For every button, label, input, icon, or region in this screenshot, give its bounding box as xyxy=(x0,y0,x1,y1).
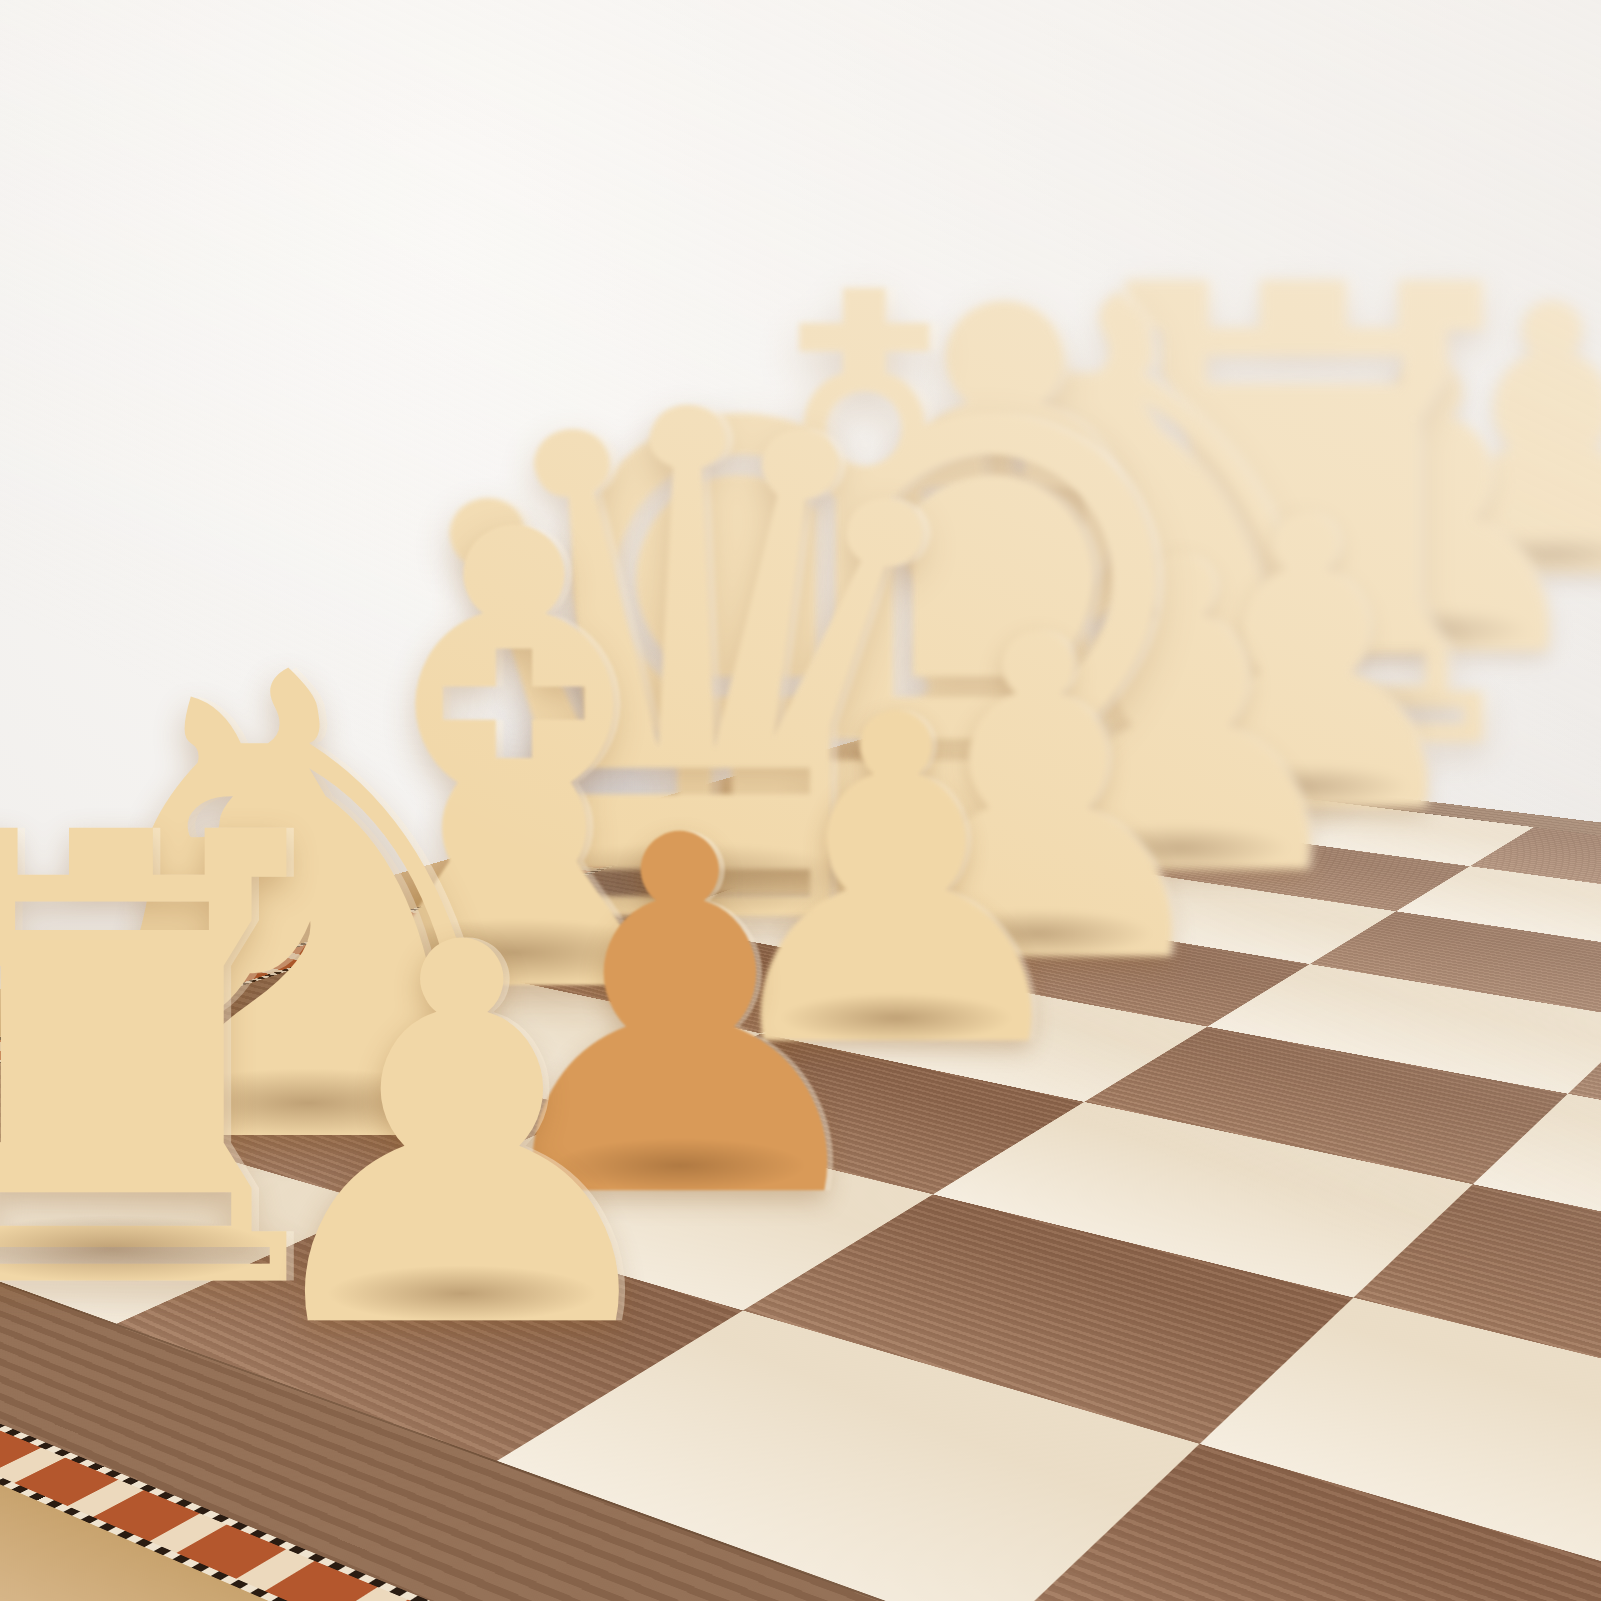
piece-contact-shadow xyxy=(326,1265,598,1323)
photo-stage: ♜♞♝♛♚♝♞♜♟♟♟♟♟♟♟♟ xyxy=(0,0,1601,1601)
piece-white-pawn-a2: ♟ xyxy=(227,877,697,1401)
pawn-glyph: ♟ xyxy=(227,877,697,1401)
